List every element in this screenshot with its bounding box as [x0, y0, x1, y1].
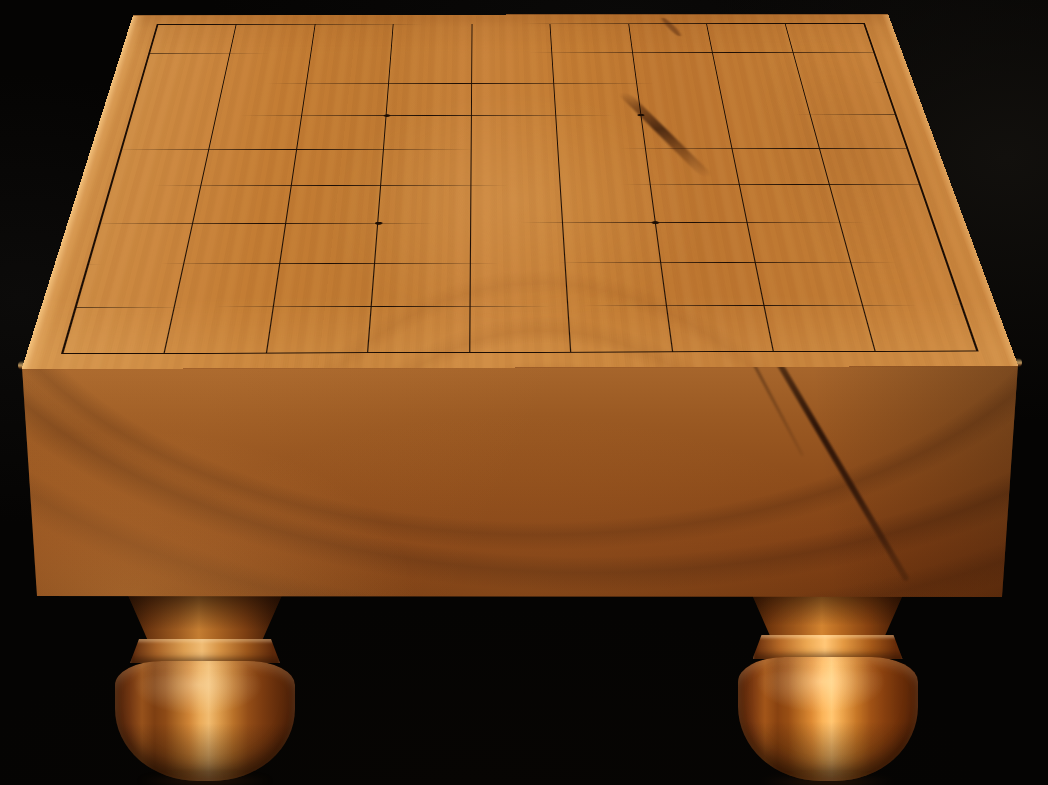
board-cell	[381, 149, 471, 185]
board-cell	[801, 83, 894, 115]
board-cell	[829, 184, 931, 222]
board-cell	[559, 149, 651, 185]
scene	[0, 0, 1048, 785]
left-leg-neck	[128, 595, 282, 641]
board-cell	[311, 24, 394, 53]
board-cell	[372, 263, 471, 306]
board-cell	[89, 224, 193, 265]
board-cell	[470, 263, 568, 306]
board-cell	[740, 184, 840, 222]
board-cell	[733, 149, 830, 185]
board-cell	[63, 307, 175, 353]
board-cell	[785, 24, 873, 53]
board-cell	[556, 115, 645, 149]
right-leg-bulb	[738, 657, 918, 781]
board-cell	[863, 305, 976, 351]
board-cell	[661, 263, 765, 306]
board-cell	[185, 224, 286, 265]
board-cell	[471, 223, 566, 263]
board-cell	[379, 185, 472, 223]
board-cell	[472, 83, 557, 115]
board-cell	[471, 149, 561, 185]
board-cell	[470, 306, 571, 352]
board-cell	[307, 53, 392, 84]
board-cell	[387, 84, 472, 116]
board-cell	[280, 223, 378, 264]
board-cell	[202, 150, 297, 186]
board-cell	[707, 24, 793, 53]
board-cell	[637, 83, 726, 115]
board-cell	[563, 223, 661, 263]
board-cell	[756, 263, 863, 306]
board-cell	[765, 305, 875, 351]
board-cell	[392, 24, 473, 53]
board-cell	[793, 53, 884, 83]
board-cell	[554, 83, 641, 115]
board-cell	[820, 149, 919, 185]
left-leg	[115, 595, 295, 781]
board-cell	[641, 115, 733, 149]
board-cell	[810, 115, 906, 149]
board-cell	[112, 150, 210, 186]
board-cell	[389, 53, 472, 84]
right-leg-collar	[753, 635, 903, 659]
board-cell	[472, 24, 552, 53]
board-top-face	[22, 14, 1019, 369]
board-cell	[369, 306, 471, 352]
board-cell	[375, 223, 471, 264]
board-cell	[851, 262, 961, 305]
board-cell	[122, 116, 217, 150]
board-cell	[840, 222, 946, 262]
board-cell	[286, 185, 381, 223]
board-cell	[551, 24, 633, 53]
board-cell	[384, 116, 471, 150]
board-cell	[713, 53, 802, 83]
board-cell	[656, 223, 756, 263]
board-cell	[217, 84, 307, 116]
right-leg-neck	[751, 591, 905, 637]
left-leg-bulb	[115, 661, 295, 781]
board-cell	[667, 306, 774, 352]
board-cell	[175, 264, 280, 307]
board-cell	[472, 53, 555, 84]
board-cell	[629, 24, 713, 53]
board-cell	[302, 84, 389, 116]
board-cell	[650, 185, 747, 223]
board-cell	[471, 115, 558, 149]
board-cell	[267, 307, 372, 353]
board-cell	[633, 53, 719, 83]
board-cell	[132, 84, 224, 116]
wood-crack	[766, 344, 909, 581]
board-cell	[101, 186, 202, 224]
board-cell	[646, 149, 740, 185]
board-cell	[569, 306, 673, 352]
board-cell	[748, 222, 851, 262]
board-cell	[471, 185, 563, 223]
board-cell	[726, 115, 820, 149]
board-cell	[552, 53, 636, 83]
board-cell	[141, 54, 230, 85]
board-cell	[210, 116, 302, 150]
board-cell	[561, 185, 656, 223]
board-cell	[292, 150, 385, 186]
board-cell	[165, 307, 273, 353]
board-cell	[297, 116, 387, 150]
board-cell	[193, 186, 291, 224]
board-cell	[77, 264, 185, 307]
left-leg-collar	[130, 639, 280, 663]
board-cell	[566, 263, 667, 306]
board-cell	[224, 53, 311, 84]
shogi-grid	[61, 23, 979, 354]
board-cell	[150, 25, 237, 54]
right-leg	[737, 591, 918, 782]
board-cell	[231, 25, 316, 54]
board-cell	[274, 264, 376, 307]
board-cell	[719, 83, 810, 115]
